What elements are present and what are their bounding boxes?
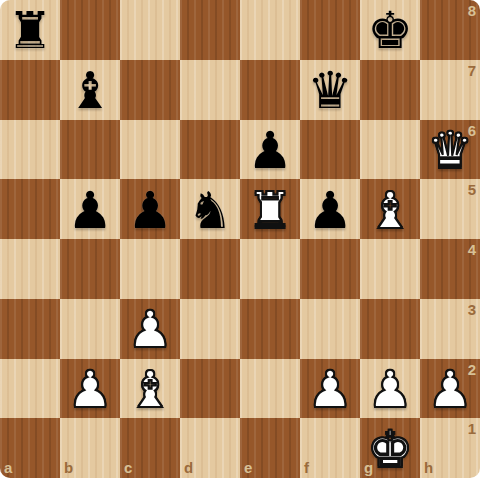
square-b6[interactable] [60,120,120,180]
file-label-d: d [184,460,193,475]
square-a3[interactable] [0,299,60,359]
square-a7[interactable] [0,60,60,120]
square-b8[interactable] [60,0,120,60]
square-a8[interactable]: ♜ [0,0,60,60]
square-f3[interactable] [300,299,360,359]
black-king[interactable]: ♚ [367,5,413,56]
file-label-a: a [4,460,12,475]
rank-label-7: 7 [468,63,476,78]
square-a6[interactable] [0,120,60,180]
black-pawn[interactable]: ♟ [307,185,353,236]
square-e5[interactable]: ♜ [240,179,300,239]
chess-board: ♜♚8♝♛7♟♛6♟♟♞♜♟♝54♟3♟♝♟♟♟2abcdef♚gh1 [0,0,480,478]
black-pawn[interactable]: ♟ [67,185,113,236]
square-e4[interactable] [240,239,300,299]
rank-label-8: 8 [468,3,476,18]
square-g3[interactable] [360,299,420,359]
square-a5[interactable] [0,179,60,239]
square-e3[interactable] [240,299,300,359]
black-pawn[interactable]: ♟ [127,185,173,236]
square-b3[interactable] [60,299,120,359]
square-h6[interactable]: ♛6 [420,120,480,180]
black-queen[interactable]: ♛ [307,65,353,116]
white-bishop[interactable]: ♝ [367,185,413,236]
rank-label-1: 1 [468,421,476,436]
square-h8[interactable]: 8 [420,0,480,60]
square-c4[interactable] [120,239,180,299]
file-label-h: h [424,460,433,475]
square-d5[interactable]: ♞ [180,179,240,239]
square-c3[interactable]: ♟ [120,299,180,359]
square-g5[interactable]: ♝ [360,179,420,239]
white-rook[interactable]: ♜ [247,185,293,236]
square-a4[interactable] [0,239,60,299]
black-knight[interactable]: ♞ [187,185,233,236]
square-e1[interactable]: e [240,418,300,478]
square-a2[interactable] [0,359,60,419]
black-bishop[interactable]: ♝ [67,65,113,116]
rank-label-5: 5 [468,182,476,197]
file-label-e: e [244,460,252,475]
square-c7[interactable] [120,60,180,120]
rank-label-3: 3 [468,302,476,317]
file-label-b: b [64,460,73,475]
file-label-c: c [124,460,132,475]
square-e6[interactable]: ♟ [240,120,300,180]
square-c8[interactable] [120,0,180,60]
square-h5[interactable]: 5 [420,179,480,239]
white-queen[interactable]: ♛ [427,125,473,176]
square-e2[interactable] [240,359,300,419]
square-f7[interactable]: ♛ [300,60,360,120]
square-f2[interactable]: ♟ [300,359,360,419]
square-f5[interactable]: ♟ [300,179,360,239]
square-g7[interactable] [360,60,420,120]
square-c6[interactable] [120,120,180,180]
square-b4[interactable] [60,239,120,299]
white-bishop[interactable]: ♝ [127,364,173,415]
black-pawn[interactable]: ♟ [247,125,293,176]
square-c5[interactable]: ♟ [120,179,180,239]
file-label-f: f [304,460,309,475]
square-b2[interactable]: ♟ [60,359,120,419]
rank-label-4: 4 [468,242,476,257]
white-king[interactable]: ♚ [367,424,413,475]
black-rook[interactable]: ♜ [7,5,53,56]
square-c1[interactable]: c [120,418,180,478]
square-g4[interactable] [360,239,420,299]
square-d8[interactable] [180,0,240,60]
square-b1[interactable]: b [60,418,120,478]
square-d1[interactable]: d [180,418,240,478]
square-e8[interactable] [240,0,300,60]
square-h2[interactable]: ♟2 [420,359,480,419]
chess-board-container: ♜♚8♝♛7♟♛6♟♟♞♜♟♝54♟3♟♝♟♟♟2abcdef♚gh1 [0,0,480,478]
white-pawn[interactable]: ♟ [67,364,113,415]
white-pawn[interactable]: ♟ [427,364,473,415]
square-g6[interactable] [360,120,420,180]
square-f4[interactable] [300,239,360,299]
square-e7[interactable] [240,60,300,120]
square-h1[interactable]: h1 [420,418,480,478]
square-h7[interactable]: 7 [420,60,480,120]
square-d2[interactable] [180,359,240,419]
square-c2[interactable]: ♝ [120,359,180,419]
square-d7[interactable] [180,60,240,120]
square-d6[interactable] [180,120,240,180]
white-pawn[interactable]: ♟ [367,364,413,415]
square-b5[interactable]: ♟ [60,179,120,239]
square-d3[interactable] [180,299,240,359]
square-g1[interactable]: ♚g [360,418,420,478]
square-b7[interactable]: ♝ [60,60,120,120]
square-f8[interactable] [300,0,360,60]
white-pawn[interactable]: ♟ [127,304,173,355]
white-pawn[interactable]: ♟ [307,364,353,415]
square-f1[interactable]: f [300,418,360,478]
square-h4[interactable]: 4 [420,239,480,299]
square-f6[interactable] [300,120,360,180]
square-h3[interactable]: 3 [420,299,480,359]
square-g8[interactable]: ♚ [360,0,420,60]
square-a1[interactable]: a [0,418,60,478]
square-g2[interactable]: ♟ [360,359,420,419]
square-d4[interactable] [180,239,240,299]
